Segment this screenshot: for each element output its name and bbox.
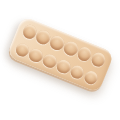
pit-r1-c6[interactable] — [89, 51, 107, 69]
pit-grid — [6, 16, 114, 93]
pit-r2-c6[interactable] — [82, 69, 100, 87]
photo-background — [0, 0, 120, 120]
mancala-board — [6, 16, 114, 93]
